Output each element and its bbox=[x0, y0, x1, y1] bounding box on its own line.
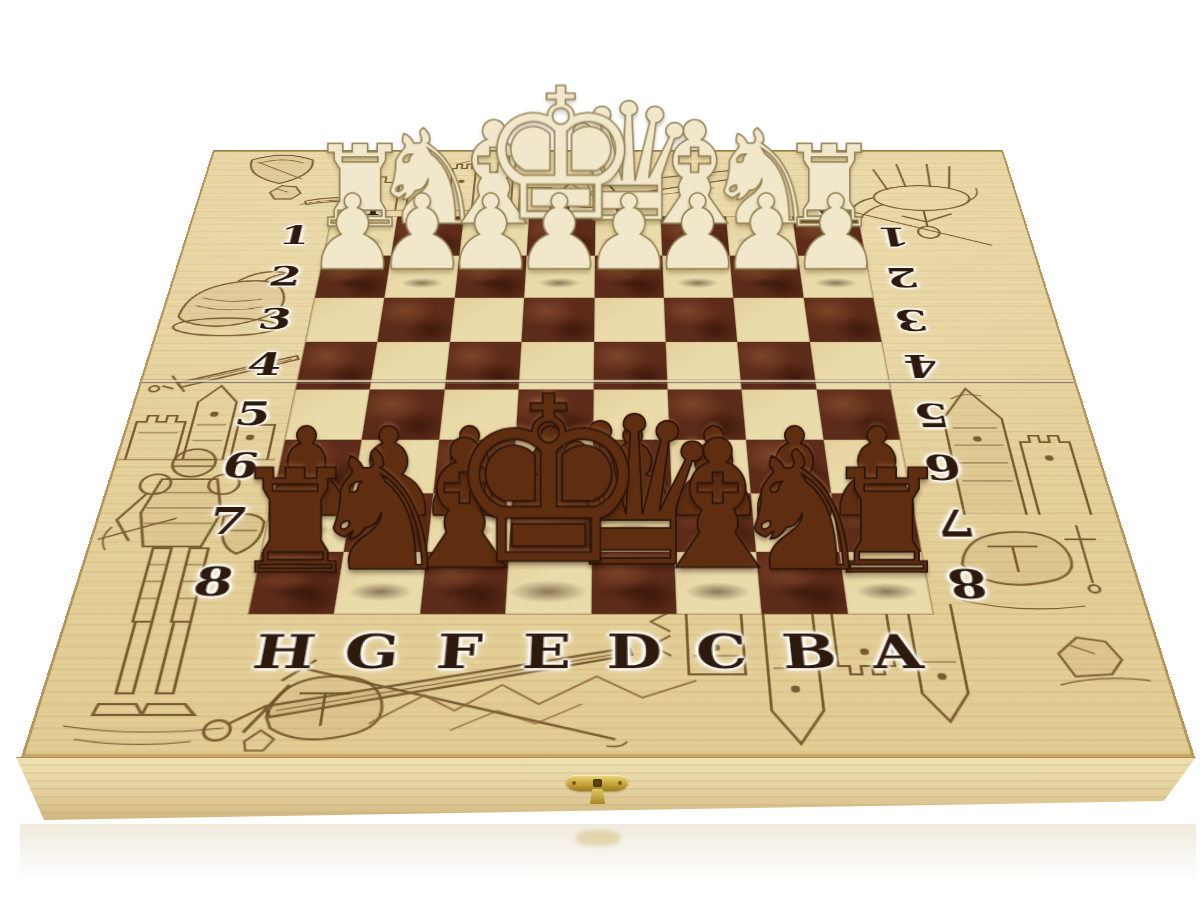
rank-label-left-4: 4 bbox=[244, 350, 285, 380]
square-b3[interactable] bbox=[734, 298, 810, 342]
square-g3[interactable] bbox=[378, 298, 455, 342]
file-label-near-H: H bbox=[249, 629, 319, 676]
clasp-reflection bbox=[576, 830, 620, 846]
square-a3[interactable] bbox=[803, 298, 881, 342]
chessboard-top: 1234567812345678HGFEDCBAHGFEDCBA♜♞♝♛♚♝♞♜… bbox=[21, 150, 1196, 759]
brass-clasp bbox=[566, 775, 630, 807]
clasp-tongue bbox=[590, 789, 605, 804]
product-photo: 1234567812345678HGFEDCBAHGFEDCBA♜♞♝♛♚♝♞♜… bbox=[0, 0, 1200, 923]
square-c3[interactable] bbox=[664, 298, 738, 342]
rank-label-left-3: 3 bbox=[255, 305, 295, 333]
rank-label-right-4: 4 bbox=[901, 350, 942, 380]
file-label-near-G: G bbox=[341, 629, 402, 676]
piece-white-pawn-h2[interactable]: ♟ bbox=[231, 184, 474, 283]
piece-black-knight-b8[interactable]: ♞ bbox=[653, 435, 951, 592]
clasp-screw-left bbox=[572, 781, 576, 785]
piece-black-knight-g8[interactable]: ♞ bbox=[231, 435, 529, 592]
clasp-screw-right bbox=[618, 781, 622, 785]
square-d3[interactable] bbox=[594, 298, 666, 342]
rank-label-right-3: 3 bbox=[892, 305, 931, 333]
square-f3[interactable] bbox=[450, 298, 525, 342]
rocks-right-sketch bbox=[1027, 606, 1177, 700]
file-label-near-E: E bbox=[521, 629, 572, 676]
file-label-near-F: F bbox=[434, 629, 484, 676]
clasp-keyhole bbox=[593, 779, 602, 787]
square-h3[interactable] bbox=[306, 298, 385, 342]
square-e3[interactable] bbox=[522, 298, 594, 342]
